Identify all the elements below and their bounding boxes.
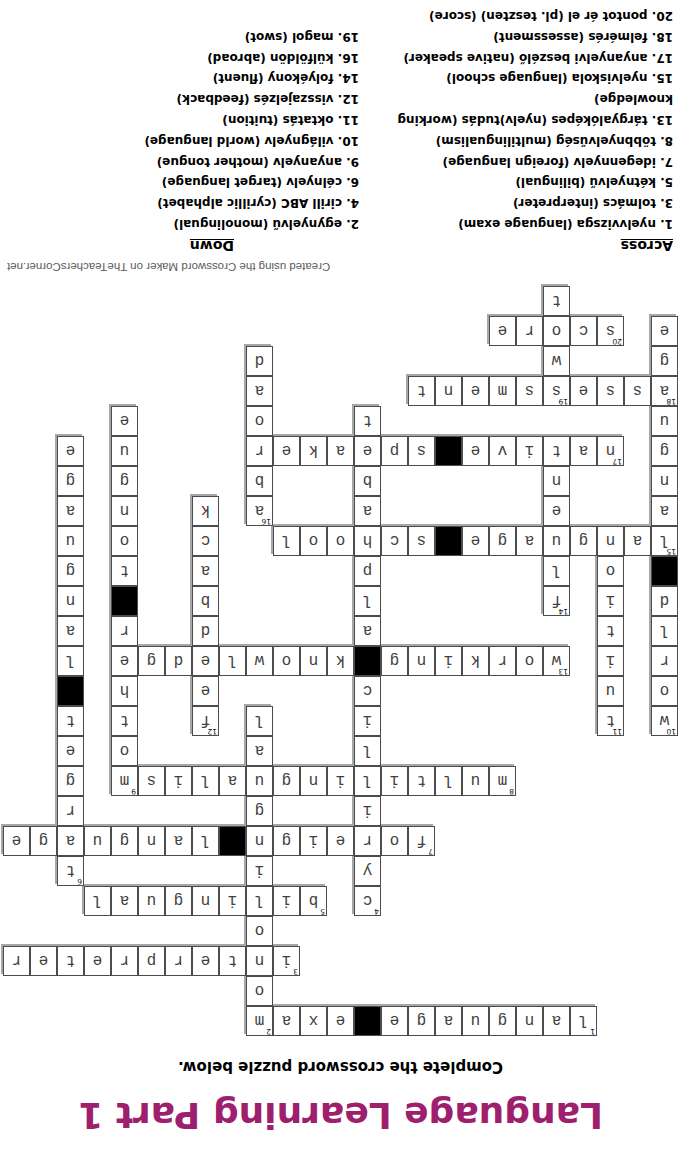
grid-cell[interactable]: g (273, 766, 300, 796)
grid-cell[interactable]: y (354, 856, 381, 886)
grid-cell[interactable]: e (570, 376, 597, 406)
grid-cell[interactable]: s20 (597, 316, 624, 346)
grid-cell[interactable]: c (192, 526, 219, 556)
grid-cell[interactable]: e (327, 1006, 354, 1036)
grid-cell[interactable]: g (651, 436, 678, 466)
cell-letter: u (471, 772, 481, 788)
clue-number: 1 (590, 1027, 595, 1035)
grid-cell[interactable]: f12 (192, 706, 219, 736)
cell-letter: m (255, 1012, 265, 1028)
grid-cell[interactable]: e (192, 676, 219, 706)
grid-cell[interactable]: l (354, 586, 381, 616)
grid-cell[interactable]: r (111, 616, 138, 646)
grid-cell[interactable]: l (192, 826, 219, 856)
cell-letter: o (255, 982, 265, 998)
grid-cell[interactable]: e (381, 1006, 408, 1036)
grid-cell[interactable]: v (489, 436, 516, 466)
grid-cell[interactable]: t (408, 766, 435, 796)
cell-letter: e (390, 1012, 400, 1028)
grid-cell[interactable]: s19 (543, 376, 570, 406)
grid-cell[interactable]: i (516, 436, 543, 466)
grid-cell[interactable]: e (354, 436, 381, 466)
grid-cell[interactable]: k (462, 646, 489, 676)
cell-letter: a (201, 562, 211, 578)
grid-cell[interactable]: a (435, 1006, 462, 1036)
cell-letter: o (525, 652, 535, 668)
grid-cell[interactable]: r (489, 646, 516, 676)
cell-letter: a (444, 1012, 454, 1028)
cell-letter: h (120, 682, 130, 698)
grid-cell[interactable]: c (381, 526, 408, 556)
grid-cell[interactable]: e (327, 826, 354, 856)
cell-letter: a (255, 382, 265, 398)
grid-cell[interactable]: o (597, 556, 624, 586)
grid-cell[interactable]: u (462, 766, 489, 796)
cell-letter: n (120, 502, 130, 518)
grid-cell[interactable]: t (354, 406, 381, 436)
cell-letter: n (417, 652, 427, 668)
cell-letter: l (201, 772, 211, 788)
grid-cell[interactable]: n (246, 826, 273, 856)
cell-letter: u (606, 682, 616, 698)
grid-cell[interactable]: i (219, 886, 246, 916)
grid-cell[interactable]: t (408, 376, 435, 406)
grid-cell[interactable]: g (111, 466, 138, 496)
grid-cell[interactable]: l (192, 766, 219, 796)
grid-cell[interactable]: n (138, 826, 165, 856)
down-clues: Down 2. egynyelvű (monolingual)4. cirill… (3, 26, 359, 254)
cell-letter: n (309, 652, 319, 668)
grid-cell[interactable]: e (84, 946, 111, 976)
cell-letter: t (417, 382, 427, 398)
grid-cell[interactable]: o (273, 646, 300, 676)
grid-cell[interactable]: o (300, 526, 327, 556)
cell-letter: a (552, 1012, 562, 1028)
grid-cell[interactable]: b5 (300, 886, 327, 916)
cell-letter: l (66, 652, 76, 668)
grid-cell[interactable]: k (192, 496, 219, 526)
grid-cell[interactable]: a (192, 556, 219, 586)
grid-cell[interactable]: w10 (651, 706, 678, 736)
cell-letter: b (201, 592, 211, 608)
grid-cell[interactable]: l (246, 706, 273, 736)
cell-letter: l (228, 652, 238, 668)
cell-letter: n (606, 532, 616, 548)
cell-letter: a (282, 1012, 292, 1028)
grid-cell[interactable]: h (111, 676, 138, 706)
grid-cell[interactable]: u (462, 1006, 489, 1036)
grid-cell[interactable]: g (273, 826, 300, 856)
grid-cell[interactable]: e (462, 376, 489, 406)
grid-cell[interactable]: n (111, 496, 138, 526)
grid-cell[interactable]: d (192, 616, 219, 646)
cell-letter: g (174, 892, 184, 908)
grid-cell[interactable]: o (111, 526, 138, 556)
grid-cell[interactable]: a (516, 526, 543, 556)
grid-cell[interactable]: l (246, 886, 273, 916)
grid-cell[interactable]: n17 (597, 436, 624, 466)
grid-cell[interactable]: h (354, 526, 381, 556)
cell-letter: t (552, 292, 562, 308)
cell-letter: u (471, 1012, 481, 1028)
grid-cell[interactable]: e (111, 646, 138, 676)
grid-cell[interactable]: t11 (597, 706, 624, 736)
clue-item: 2. egynyelvű (monolingual) (3, 213, 359, 234)
grid-cell[interactable]: t (543, 436, 570, 466)
grid-cell[interactable]: a (570, 436, 597, 466)
cell-letter: e (471, 532, 481, 548)
grid-cell[interactable]: l15 (651, 526, 678, 556)
cell-letter: t (417, 772, 427, 788)
grid-cell[interactable]: a (165, 826, 192, 856)
grid-cell[interactable]: a (354, 496, 381, 526)
cell-letter: e (552, 502, 562, 518)
grid-cell[interactable]: u (651, 406, 678, 436)
grid-cell[interactable]: l (543, 556, 570, 586)
grid-cell[interactable]: i (327, 766, 354, 796)
grid-cell[interactable]: n (543, 466, 570, 496)
grid-cell[interactable]: t (543, 286, 570, 316)
grid-cell[interactable]: a (57, 826, 84, 856)
grid-cell[interactable]: g (57, 766, 84, 796)
grid-cell[interactable]: a (111, 886, 138, 916)
clue-item: 9. anyanyelv (mother tongue) (3, 151, 359, 172)
grid-cell[interactable]: s (408, 436, 435, 466)
grid-cell[interactable]: n (408, 646, 435, 676)
grid-cell[interactable]: k (300, 436, 327, 466)
grid-cell[interactable]: b (192, 586, 219, 616)
grid-cell[interactable]: l (219, 646, 246, 676)
grid-cell[interactable]: f7 (408, 826, 435, 856)
grid-cell[interactable]: i (597, 646, 624, 676)
clue-number: 11 (612, 727, 622, 735)
grid-cell[interactable]: r (246, 436, 273, 466)
grid-cell[interactable]: e (192, 946, 219, 976)
grid-cell[interactable]: a (354, 616, 381, 646)
cell-letter: g (66, 562, 76, 578)
cell-letter: g (660, 442, 670, 458)
grid-cell[interactable]: d (246, 346, 273, 376)
cell-letter: e (93, 952, 103, 968)
grid-cell[interactable]: f14 (543, 586, 570, 616)
grid-cell[interactable]: u (138, 886, 165, 916)
grid-cell[interactable]: r (165, 946, 192, 976)
grid-cell[interactable]: a (57, 616, 84, 646)
cell-letter: u (66, 532, 76, 548)
grid-cell[interactable]: u (84, 826, 111, 856)
cell-letter: b (309, 892, 319, 908)
grid-cell[interactable]: g (138, 646, 165, 676)
grid-cell[interactable]: g (570, 526, 597, 556)
grid-cell[interactable]: a (651, 496, 678, 526)
cell-letter: o (336, 532, 346, 548)
grid-cell[interactable]: u (57, 526, 84, 556)
grid-cell[interactable]: l (354, 736, 381, 766)
grid-cell[interactable]: p (381, 436, 408, 466)
grid-cell[interactable]: i (354, 706, 381, 736)
grid-cell[interactable]: t (597, 616, 624, 646)
cell-letter: k (471, 652, 481, 668)
cell-letter: d (255, 352, 265, 368)
grid-cell[interactable]: i (300, 826, 327, 856)
grid-cell[interactable]: e (192, 646, 219, 676)
grid-cell[interactable]: o (246, 976, 273, 1006)
grid-cell[interactable]: o (543, 316, 570, 346)
grid-cell[interactable]: a (57, 496, 84, 526)
grid-cell[interactable]: n (597, 526, 624, 556)
cell-letter: e (660, 322, 670, 338)
cell-letter: g (120, 472, 130, 488)
clue-item: 15. nyelviskola (language school) (361, 68, 673, 89)
clue-number: 8 (509, 787, 514, 795)
cell-letter: o (309, 532, 319, 548)
cell-letter: g (39, 832, 49, 848)
grid-cell[interactable]: x (300, 1006, 327, 1036)
grid-cell[interactable]: o (246, 406, 273, 436)
clue-item: 19. magol (swot) (3, 26, 359, 47)
grid-cell[interactable]: a (246, 736, 273, 766)
grid-cell[interactable]: n (300, 766, 327, 796)
grid-cell[interactable]: a16 (246, 496, 273, 526)
cell-letter: r (363, 832, 373, 848)
clue-number: 10 (666, 727, 676, 735)
grid-cell[interactable]: w (246, 646, 273, 676)
grid-cell[interactable]: r (651, 646, 678, 676)
grid-cell[interactable]: l (435, 766, 462, 796)
cell-letter: g (120, 832, 130, 848)
across-clue-list: 1. nyelvvizsga (language exam)3. tolmács… (361, 5, 673, 234)
cell-letter: e (336, 1012, 346, 1028)
grid-cell[interactable]: b (246, 466, 273, 496)
grid-cell[interactable]: o (516, 646, 543, 676)
grid-cell[interactable]: n (516, 1006, 543, 1036)
grid-cell[interactable]: e (273, 436, 300, 466)
cell-letter: u (93, 832, 103, 848)
grid-cell[interactable]: n (192, 886, 219, 916)
grid-cell[interactable]: i (381, 766, 408, 796)
grid-cell[interactable]: n (435, 376, 462, 406)
grid-cell[interactable]: r (57, 796, 84, 826)
cell-letter: e (66, 742, 76, 758)
grid-cell[interactable]: i3 (273, 946, 300, 976)
grid-cell[interactable]: m2 (246, 1006, 273, 1036)
grid-cell[interactable]: k (327, 646, 354, 676)
cell-letter: a (66, 622, 76, 638)
cell-letter: i (174, 772, 184, 788)
grid-cell[interactable]: w13 (543, 646, 570, 676)
grid-cell[interactable]: r (111, 946, 138, 976)
grid-cell[interactable]: c (354, 676, 381, 706)
clue-number: 15 (666, 547, 676, 555)
grid-cell[interactable]: e (651, 316, 678, 346)
grid-cell[interactable]: i (435, 646, 462, 676)
grid-cell[interactable]: l (84, 886, 111, 916)
cell-letter: t (363, 412, 373, 428)
cell-letter: t (66, 952, 76, 968)
cell-letter: c (201, 532, 211, 548)
grid-cell[interactable]: n (246, 946, 273, 976)
grid-cell[interactable]: l (651, 616, 678, 646)
grid-cell[interactable]: g (57, 466, 84, 496)
grid-cell[interactable]: g (57, 556, 84, 586)
grid-cell[interactable]: s (408, 526, 435, 556)
grid-cell[interactable]: e (489, 316, 516, 346)
grid-cell[interactable]: g (246, 796, 273, 826)
cell-letter: a (255, 502, 265, 518)
cell-letter: t (228, 952, 238, 968)
grid-cell[interactable]: t (57, 946, 84, 976)
grid-cell[interactable]: m (489, 376, 516, 406)
cell-letter: r (174, 952, 184, 968)
grid-cell[interactable]: e (57, 436, 84, 466)
cell-letter: a (363, 502, 373, 518)
cell-letter: e (579, 382, 589, 398)
grid-cell[interactable]: m9 (111, 766, 138, 796)
grid-cell[interactable]: o (246, 916, 273, 946)
grid-cell[interactable]: d (651, 586, 678, 616)
grid-cell[interactable]: a (624, 526, 651, 556)
cell-letter: e (120, 412, 130, 428)
grid-cell[interactable]: g (111, 826, 138, 856)
grid-cell[interactable]: u (597, 676, 624, 706)
grid-cell[interactable]: n (57, 586, 84, 616)
clue-item: 7. idegennyelv (foreign language) (361, 151, 673, 172)
cell-letter: n (255, 832, 265, 848)
grid-cell[interactable]: r (3, 946, 30, 976)
grid-cell[interactable]: w (543, 346, 570, 376)
cell-letter: a (525, 532, 535, 548)
grid-cell[interactable]: p (354, 556, 381, 586)
grid-cell[interactable]: t6 (57, 856, 84, 886)
cell-letter: t (66, 862, 76, 878)
grid-cell[interactable]: l (273, 526, 300, 556)
grid-cell[interactable]: n (300, 646, 327, 676)
crossword-grid: l1anguageexam2oi3nterpreteroc4b5ilingual… (3, 286, 678, 1036)
cell-letter: l (282, 532, 292, 548)
credit-line: Created using the Crossword Maker on The… (7, 261, 330, 273)
grid-cell[interactable]: s (624, 376, 651, 406)
grid-cell[interactable]: a (327, 436, 354, 466)
grid-cell[interactable]: g (30, 826, 57, 856)
grid-cell[interactable]: i (597, 586, 624, 616)
grid-cell[interactable]: e (462, 436, 489, 466)
clue-number: 14 (558, 607, 568, 615)
grid-cell[interactable]: u (111, 436, 138, 466)
cell-letter: l (660, 622, 670, 638)
grid-cell[interactable]: o (381, 826, 408, 856)
grid-cell[interactable]: g (489, 1006, 516, 1036)
grid-cell[interactable]: i (354, 796, 381, 826)
cell-letter: u (255, 772, 265, 788)
cell-letter: r (525, 322, 535, 338)
cell-letter: n (147, 832, 157, 848)
grid-cell[interactable]: l (57, 646, 84, 676)
grid-cell[interactable]: o (111, 736, 138, 766)
grid-cell[interactable]: o (327, 526, 354, 556)
clue-number: 18 (666, 397, 676, 405)
grid-cell[interactable]: a (219, 766, 246, 796)
grid-cell[interactable]: g (381, 646, 408, 676)
grid-cell[interactable]: u (246, 766, 273, 796)
cell-letter: s (552, 382, 562, 398)
grid-cell[interactable]: r (516, 316, 543, 346)
grid-cell[interactable]: t (111, 706, 138, 736)
grid-cell[interactable]: s (138, 766, 165, 796)
grid-cell[interactable]: u (543, 526, 570, 556)
cell-letter: g (390, 652, 400, 668)
cell-letter: s (147, 772, 157, 788)
grid-cell[interactable]: n (651, 466, 678, 496)
cell-letter: n (444, 382, 454, 398)
grid-cell[interactable]: t (111, 556, 138, 586)
cell-letter: a (66, 832, 76, 848)
clue-number: 16 (261, 517, 271, 525)
cell-letter: n (66, 592, 76, 608)
grid-cell[interactable]: t (57, 706, 84, 736)
grid-cell[interactable]: g (651, 346, 678, 376)
cell-letter: s (417, 442, 427, 458)
cell-letter: v (498, 442, 508, 458)
cell-letter: s (633, 382, 643, 398)
grid-cell[interactable]: e (30, 946, 57, 976)
cell-letter: f (417, 832, 427, 848)
grid-cell[interactable]: i (273, 886, 300, 916)
grid-cell[interactable]: b (354, 466, 381, 496)
grid-cell[interactable]: c4 (354, 886, 381, 916)
grid-cell[interactable]: m8 (489, 766, 516, 796)
cell-letter: l (255, 712, 265, 728)
grid-cell[interactable]: a (273, 1006, 300, 1036)
grid-cell[interactable]: i (246, 856, 273, 886)
grid-cell[interactable]: i (165, 766, 192, 796)
grid-cell[interactable]: s (597, 376, 624, 406)
cell-letter: g (66, 472, 76, 488)
cell-letter: n (606, 442, 616, 458)
grid-cell[interactable]: e (3, 826, 30, 856)
cell-letter: f (201, 712, 211, 728)
grid-cell[interactable]: r (354, 826, 381, 856)
grid-cell[interactable]: g (408, 1006, 435, 1036)
grid-cell[interactable]: g (489, 526, 516, 556)
cell-letter: n (309, 772, 319, 788)
grid-cell[interactable]: e (57, 736, 84, 766)
cell-letter: e (471, 442, 481, 458)
grid-cell[interactable]: e (543, 496, 570, 526)
grid-cell[interactable]: o (651, 676, 678, 706)
grid-cell[interactable]: c (570, 316, 597, 346)
grid-cell[interactable]: l (354, 766, 381, 796)
grid-cell[interactable]: e (462, 526, 489, 556)
cell-letter: l (93, 892, 103, 908)
cell-letter: w (552, 352, 562, 368)
grid-cell[interactable]: s (516, 376, 543, 406)
grid-cell[interactable]: a (246, 376, 273, 406)
clue-item: 1. nyelvvizsga (language exam) (361, 213, 673, 234)
worksheet-page: Language Learning Part 1 Complete the cr… (0, 0, 681, 1156)
grid-cell[interactable]: t (219, 946, 246, 976)
grid-cell[interactable]: d (165, 646, 192, 676)
grid-cell[interactable]: g (165, 886, 192, 916)
grid-cell[interactable]: a (543, 1006, 570, 1036)
grid-cell[interactable]: l1 (570, 1006, 597, 1036)
clue-number: 9 (131, 787, 136, 795)
grid-cell[interactable]: e (111, 406, 138, 436)
clue-number: 7 (428, 847, 433, 855)
clue-item: 13. tárgyalóképes (nyelv)tudás (working … (361, 88, 673, 130)
grid-cell[interactable]: a18 (651, 376, 678, 406)
cell-letter: k (309, 442, 319, 458)
grid-cell[interactable]: p (138, 946, 165, 976)
